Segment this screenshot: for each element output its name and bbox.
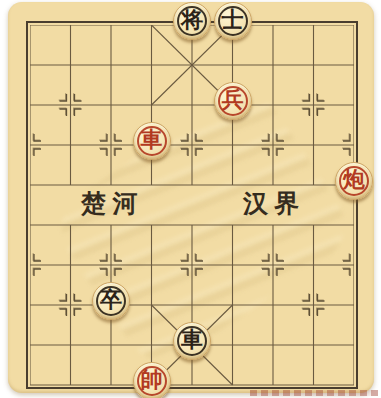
black-chariot-piece[interactable]: 車	[173, 322, 211, 360]
black-advisor-piece[interactable]: 士	[214, 2, 252, 40]
piece-glyph: 車	[181, 329, 203, 351]
piece-glyph: 帥	[141, 369, 163, 391]
black-general-piece[interactable]: 将	[173, 2, 211, 40]
piece-glyph: 炮	[343, 169, 365, 191]
piece-glyph: 車	[141, 129, 163, 151]
piece-glyph: 士	[222, 9, 244, 31]
black-soldier-piece[interactable]: 卒	[92, 282, 130, 320]
river-label-left: 楚 河	[81, 190, 137, 218]
piece-glyph: 将	[181, 9, 203, 31]
xiangqi-screenshot: 楚 河 汉 界 将士兵車炮卒車帥	[0, 0, 381, 398]
piece-glyph: 卒	[100, 289, 122, 311]
red-general-piece[interactable]: 帥	[133, 362, 171, 398]
xiangqi-board[interactable]: 楚 河 汉 界 将士兵車炮卒車帥	[8, 2, 374, 393]
piece-glyph: 兵	[222, 89, 244, 111]
river-label-right: 汉 界	[243, 190, 299, 218]
red-soldier-piece[interactable]: 兵	[214, 82, 252, 120]
red-cannon-piece[interactable]: 炮	[335, 162, 373, 200]
red-chariot-piece[interactable]: 車	[133, 122, 171, 160]
